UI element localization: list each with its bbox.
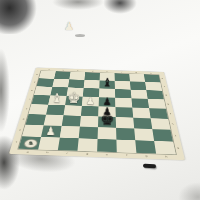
coordinate-label-d: d bbox=[88, 70, 97, 72]
square-c2[interactable] bbox=[60, 126, 80, 138]
coordinate-label-8: 8 bbox=[161, 78, 164, 80]
square-d2[interactable] bbox=[79, 127, 98, 139]
coordinate-label-f: f bbox=[117, 71, 126, 73]
white-pawn-b2[interactable]: ♟ bbox=[41, 125, 60, 137]
coordinate-label-2: 2 bbox=[173, 135, 177, 137]
white-king-c5[interactable]: ♚ bbox=[65, 90, 82, 106]
square-e7[interactable]: ♝ bbox=[99, 80, 115, 89]
square-h1[interactable] bbox=[154, 141, 176, 154]
square-g1[interactable] bbox=[135, 140, 156, 153]
black-king-e3[interactable]: ♚ bbox=[98, 111, 117, 128]
coordinate-label-4: 4 bbox=[169, 113, 173, 115]
coordinate-label-5: 5 bbox=[28, 98, 32, 100]
off-board-white-pawn-shadow bbox=[75, 34, 85, 37]
coordinate-label-8: 8 bbox=[35, 74, 38, 75]
square-d1[interactable] bbox=[77, 138, 97, 151]
square-b2[interactable]: ♟ bbox=[41, 125, 62, 137]
board-grid: ♝♝♚♟♟♟♚♟♞ bbox=[19, 71, 176, 155]
coordinate-label-h: h bbox=[146, 72, 155, 74]
square-b1[interactable] bbox=[38, 137, 60, 150]
board-logo-stamp: ♞ bbox=[23, 139, 39, 148]
square-g3[interactable] bbox=[133, 118, 152, 129]
coordinate-label-1: 1 bbox=[14, 141, 18, 143]
coordinate-label-5: 5 bbox=[166, 103, 169, 105]
coordinate-label-b: b bbox=[59, 69, 68, 71]
coordinate-label-2: 2 bbox=[18, 129, 22, 131]
chessboard-tilt-wrapper: ♝♝♚♟♟♟♚♟♞ aabbccddeeffgghh11223344556677… bbox=[9, 0, 191, 160]
off-board-white-pawn[interactable]: ♟ bbox=[64, 21, 74, 32]
square-b5[interactable]: ♝ bbox=[48, 96, 66, 106]
square-h2[interactable] bbox=[152, 129, 173, 141]
square-f4[interactable] bbox=[115, 107, 133, 118]
square-c3[interactable] bbox=[62, 115, 81, 126]
coordinate-label-e: e bbox=[103, 71, 112, 73]
coordinate-label-7: 7 bbox=[33, 81, 36, 83]
square-h5[interactable] bbox=[148, 99, 166, 109]
coordinate-label-e: e bbox=[101, 153, 113, 156]
square-e3[interactable]: ♚ bbox=[98, 117, 116, 128]
coordinate-label-1: 1 bbox=[176, 147, 180, 149]
square-f2[interactable] bbox=[116, 128, 135, 140]
square-h3[interactable] bbox=[151, 118, 171, 129]
square-a1[interactable]: ♞ bbox=[19, 136, 41, 149]
coordinate-label-3: 3 bbox=[22, 118, 26, 120]
square-e1[interactable] bbox=[97, 139, 117, 152]
square-d4[interactable] bbox=[81, 106, 99, 117]
coordinate-label-f: f bbox=[121, 154, 133, 157]
photo-shadow-left bbox=[0, 48, 10, 133]
coordinate-label-d: d bbox=[81, 152, 93, 155]
coordinate-label-4: 4 bbox=[25, 108, 29, 110]
coordinate-label-7: 7 bbox=[163, 86, 166, 88]
square-d5[interactable]: ♟ bbox=[82, 97, 99, 107]
coordinate-label-3: 3 bbox=[171, 123, 175, 125]
square-b4[interactable] bbox=[46, 105, 65, 116]
white-bishop-b5[interactable]: ♝ bbox=[48, 92, 65, 105]
square-g5[interactable] bbox=[131, 98, 149, 108]
coordinate-label-g: g bbox=[132, 72, 141, 74]
square-f3[interactable] bbox=[116, 117, 134, 128]
white-pawn-d5[interactable]: ♟ bbox=[82, 96, 99, 107]
square-g4[interactable] bbox=[132, 108, 150, 119]
photo-scene: ♝♝♚♟♟♟♚♟♞ aabbccddeeffgghh11223344556677… bbox=[0, 0, 200, 200]
coordinate-label-c: c bbox=[61, 152, 74, 155]
coordinate-label-a: a bbox=[44, 69, 53, 71]
square-e2[interactable] bbox=[98, 127, 117, 139]
coordinate-label-a: a bbox=[21, 150, 34, 153]
chessboard: ♝♝♚♟♟♟♚♟♞ aabbccddeeffgghh11223344556677… bbox=[9, 68, 185, 160]
coordinate-label-b: b bbox=[41, 151, 54, 154]
off-board-black-piece[interactable] bbox=[143, 164, 156, 169]
black-bishop-e7[interactable]: ♝ bbox=[99, 77, 115, 89]
coordinate-label-h: h bbox=[160, 155, 173, 158]
coordinate-label-g: g bbox=[140, 155, 153, 158]
square-g2[interactable] bbox=[134, 129, 154, 141]
square-f1[interactable] bbox=[116, 140, 136, 153]
board-border: ♝♝♚♟♟♟♚♟♞ aabbccddeeffgghh11223344556677… bbox=[9, 68, 185, 160]
square-c1[interactable] bbox=[58, 138, 79, 151]
square-c4[interactable] bbox=[63, 105, 81, 116]
coordinate-label-6: 6 bbox=[164, 94, 167, 96]
coordinate-label-c: c bbox=[73, 70, 82, 72]
photo-shadow-bottom-right bbox=[178, 182, 200, 200]
square-h4[interactable] bbox=[149, 108, 168, 119]
square-d3[interactable] bbox=[80, 116, 98, 127]
coordinate-label-6: 6 bbox=[30, 90, 33, 92]
